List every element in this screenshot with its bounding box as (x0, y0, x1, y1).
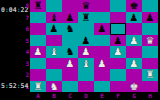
piece-white-pawn: ♟ (114, 46, 123, 57)
piece-black-king: ♚ (130, 0, 139, 11)
piece-black-knight: ♞ (66, 46, 75, 57)
square-h5[interactable]: ♛ (142, 35, 158, 47)
piece-white-queen: ♛ (146, 35, 155, 46)
square-c7[interactable]: ♟ (62, 12, 78, 24)
rank-label-6: 6 (20, 23, 29, 35)
square-d5[interactable]: ♟ (78, 35, 94, 47)
square-h2[interactable]: ♜ (142, 69, 158, 81)
square-g2[interactable] (126, 69, 142, 81)
square-b7[interactable]: ♝ (46, 12, 62, 24)
square-e1[interactable] (94, 81, 110, 93)
square-h8[interactable] (142, 0, 158, 12)
file-label-d: D (78, 92, 94, 100)
square-g1[interactable]: ♚ (126, 81, 142, 93)
piece-white-pawn: ♟ (98, 58, 107, 69)
square-e3[interactable]: ♟ (94, 58, 110, 70)
square-a3[interactable] (30, 58, 46, 70)
square-b2[interactable] (46, 69, 62, 81)
square-d8[interactable]: ♛ (78, 0, 94, 12)
piece-white-king: ♚ (130, 81, 139, 92)
square-b8[interactable] (46, 0, 62, 12)
file-label-c: C (62, 92, 78, 100)
piece-white-bishop: ♝ (50, 46, 59, 57)
square-g8[interactable]: ♚ (126, 0, 142, 12)
piece-white-pawn: ♟ (130, 35, 139, 46)
square-c5[interactable] (62, 35, 78, 47)
square-a4[interactable]: ♟ (30, 46, 46, 58)
square-g3[interactable]: ♟ (126, 58, 142, 70)
file-label-h: H (142, 92, 158, 100)
square-g7[interactable]: ♟ (126, 12, 142, 24)
piece-white-rook: ♜ (34, 81, 43, 92)
square-g6[interactable] (126, 23, 142, 35)
square-e6[interactable]: ♟ (94, 23, 110, 35)
square-b6[interactable]: ♟ (46, 23, 62, 35)
square-d7[interactable]: ♜ (78, 12, 94, 24)
rank-label-3: 3 (20, 58, 29, 70)
square-b1[interactable]: ♞ (46, 81, 62, 93)
file-label-f: F (110, 92, 126, 100)
square-h3[interactable] (142, 58, 158, 70)
file-label-b: B (46, 92, 62, 100)
piece-white-bishop: ♝ (82, 58, 91, 69)
square-d1[interactable] (78, 81, 94, 93)
rank-label-4: 4 (20, 46, 29, 58)
piece-black-pawn: ♟ (130, 12, 139, 23)
file-label-a: A (30, 92, 46, 100)
piece-white-pawn: ♟ (82, 46, 91, 57)
piece-black-pawn: ♟ (66, 12, 75, 23)
square-b3[interactable] (46, 58, 62, 70)
square-d6[interactable] (78, 23, 94, 35)
square-a2[interactable] (30, 69, 46, 81)
file-label-e: E (94, 92, 110, 100)
square-d3[interactable]: ♝ (78, 58, 94, 70)
square-h4[interactable] (142, 46, 158, 58)
square-f4[interactable]: ♟ (110, 46, 126, 58)
piece-white-pawn: ♟ (34, 46, 43, 57)
piece-black-pawn: ♟ (82, 35, 91, 46)
rank-labels: 87654321 (20, 0, 29, 92)
square-c3[interactable]: ♟ (62, 58, 78, 70)
piece-white-pawn: ♟ (130, 58, 139, 69)
square-c8[interactable] (62, 0, 78, 12)
square-h6[interactable] (142, 23, 158, 35)
piece-white-knight: ♞ (50, 81, 59, 92)
black-clock: 5:52:54 (1, 83, 28, 90)
rank-label-5: 5 (20, 35, 29, 47)
square-d2[interactable] (78, 69, 94, 81)
square-e2[interactable] (94, 69, 110, 81)
square-a7[interactable] (30, 12, 46, 24)
square-f8[interactable] (110, 0, 126, 12)
square-a1[interactable]: ♜ (30, 81, 46, 93)
square-h1[interactable] (142, 81, 158, 93)
file-label-g: G (126, 92, 142, 100)
square-b5[interactable] (46, 35, 62, 47)
square-a8[interactable]: ♜ (30, 0, 46, 12)
piece-black-pawn: ♟ (50, 23, 59, 34)
square-b4[interactable]: ♝ (46, 46, 62, 58)
square-c6[interactable]: ♞ (62, 23, 78, 35)
square-a5[interactable] (30, 35, 46, 47)
piece-black-rook: ♜ (82, 12, 91, 23)
piece-black-pawn: ♟ (114, 35, 123, 46)
piece-black-rook: ♜ (34, 0, 43, 11)
square-h7[interactable]: ♟ (142, 12, 158, 24)
piece-black-pawn: ♟ (98, 23, 107, 34)
rank-label-2: 2 (20, 69, 29, 81)
square-f5[interactable]: ♟ (110, 35, 126, 47)
square-e8[interactable] (94, 0, 110, 12)
piece-black-knight: ♞ (66, 23, 75, 34)
square-f1[interactable] (110, 81, 126, 93)
clock-digit: 4 (25, 82, 29, 90)
rank-label-7: 7 (20, 12, 29, 24)
square-d4[interactable]: ♟ (78, 46, 94, 58)
piece-black-queen: ♛ (82, 0, 91, 11)
cursor-square-f6[interactable] (110, 23, 126, 35)
chess-board: ♜♛♚♝♟♜♟♟♟♞♟♟♟♟♛♟♝♞♟♟♟♝♟♟♜♜♞♚ (30, 0, 158, 92)
square-c2[interactable] (62, 69, 78, 81)
piece-white-pawn: ♟ (66, 58, 75, 69)
square-e7[interactable] (94, 12, 110, 24)
square-c4[interactable]: ♞ (62, 46, 78, 58)
square-e5[interactable] (94, 35, 110, 47)
piece-black-pawn: ♟ (146, 12, 155, 23)
rank-label-8: 8 (20, 0, 29, 12)
square-e4[interactable] (94, 46, 110, 58)
square-a6[interactable] (30, 23, 46, 35)
file-labels: ABCDEFGH (30, 92, 158, 100)
square-c1[interactable] (62, 81, 78, 93)
square-f7[interactable] (110, 12, 126, 24)
piece-black-bishop: ♝ (50, 12, 59, 23)
piece-white-rook: ♜ (146, 69, 155, 80)
square-g5[interactable]: ♟ (126, 35, 142, 47)
square-f3[interactable] (110, 58, 126, 70)
square-f2[interactable] (110, 69, 126, 81)
square-g4[interactable] (126, 46, 142, 58)
